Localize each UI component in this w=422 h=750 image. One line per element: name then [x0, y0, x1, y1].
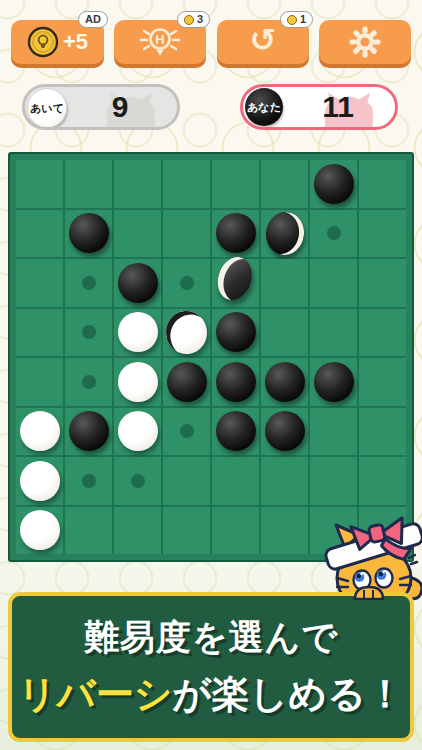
cell-e2[interactable]: [212, 210, 259, 258]
disc-white: [164, 309, 209, 356]
cell-a5[interactable]: [16, 358, 63, 406]
cell-b1[interactable]: [65, 160, 112, 208]
cell-b2[interactable]: [65, 210, 112, 258]
banner-line2: リバーシが楽しめる！: [18, 669, 404, 720]
cell-c3[interactable]: [114, 259, 161, 307]
cell-c7[interactable]: [114, 457, 161, 505]
cell-e7[interactable]: [212, 457, 259, 505]
cell-f3[interactable]: [261, 259, 308, 307]
disc-black: [69, 411, 109, 451]
black-disc-icon: あなた: [245, 88, 283, 126]
cell-a8[interactable]: [16, 507, 63, 555]
disc-black: [314, 164, 354, 204]
undo-button[interactable]: ↺ 1: [217, 20, 309, 64]
cell-c4[interactable]: [114, 309, 161, 357]
disc-black: [263, 209, 307, 257]
cell-c6[interactable]: [114, 408, 161, 456]
cell-d2[interactable]: [163, 210, 210, 258]
legal-move-dot: [180, 424, 194, 438]
coin-reward-button[interactable]: +5 AD: [11, 20, 104, 64]
disc-black: [216, 213, 256, 253]
legal-move-dot: [82, 375, 96, 389]
cell-b3[interactable]: [65, 259, 112, 307]
player-score: 11: [287, 87, 389, 127]
reversi-board: [8, 152, 414, 562]
cell-e1[interactable]: [212, 160, 259, 208]
opponent-score: 9: [69, 87, 171, 127]
cell-g7[interactable]: [310, 457, 357, 505]
cell-h4[interactable]: [359, 309, 406, 357]
cell-f2[interactable]: [261, 210, 308, 258]
cell-a3[interactable]: [16, 259, 63, 307]
ad-badge: AD: [78, 11, 108, 28]
legal-move-dot: [82, 325, 96, 339]
cell-d5[interactable]: [163, 358, 210, 406]
cell-g3[interactable]: [310, 259, 357, 307]
cell-g5[interactable]: [310, 358, 357, 406]
cell-g1[interactable]: [310, 160, 357, 208]
disc-white: [20, 510, 60, 550]
cell-e4[interactable]: [212, 309, 259, 357]
legal-move-dot: [327, 226, 341, 240]
reversi-app-screen: +5 AD H 3 ↺ 1: [0, 0, 422, 750]
cell-d1[interactable]: [163, 160, 210, 208]
cell-a6[interactable]: [16, 408, 63, 456]
cell-d8[interactable]: [163, 507, 210, 555]
coin-icon: [287, 15, 297, 25]
cell-g6[interactable]: [310, 408, 357, 456]
hint-count-badge: 3: [177, 11, 210, 28]
cell-b8[interactable]: [65, 507, 112, 555]
cell-b7[interactable]: [65, 457, 112, 505]
cell-a2[interactable]: [16, 210, 63, 258]
cell-g2[interactable]: [310, 210, 357, 258]
cell-h2[interactable]: [359, 210, 406, 258]
disc-white: [118, 312, 158, 352]
disc-black: [265, 362, 305, 402]
cell-d7[interactable]: [163, 457, 210, 505]
legal-move-dot: [180, 276, 194, 290]
hint-letter: H: [155, 32, 164, 47]
white-disc-icon: あいて: [27, 88, 67, 128]
disc-black: [265, 411, 305, 451]
opponent-label: あいて: [30, 101, 64, 116]
disc-black: [167, 362, 207, 402]
disc-black: [216, 362, 256, 402]
cell-g4[interactable]: [310, 309, 357, 357]
cell-h6[interactable]: [359, 408, 406, 456]
legal-move-dot: [82, 474, 96, 488]
disc-black: [314, 362, 354, 402]
disc-flipping: [212, 252, 257, 304]
banner-line1: 難易度を選んで: [84, 614, 338, 661]
banner-highlight: リバーシ: [18, 673, 173, 715]
cell-f7[interactable]: [261, 457, 308, 505]
coin-icon: [184, 15, 194, 25]
cell-d3[interactable]: [163, 259, 210, 307]
hint-lightbulb-icon: H: [138, 23, 182, 61]
cell-c2[interactable]: [114, 210, 161, 258]
cell-c8[interactable]: [114, 507, 161, 555]
cell-b5[interactable]: [65, 358, 112, 406]
cell-f1[interactable]: [261, 160, 308, 208]
cell-e8[interactable]: [212, 507, 259, 555]
cell-h3[interactable]: [359, 259, 406, 307]
disc-black: [118, 263, 158, 303]
disc-white: [118, 411, 158, 451]
undo-arrow-icon: ↺: [250, 24, 277, 56]
cell-d6[interactable]: [163, 408, 210, 456]
cell-e5[interactable]: [212, 358, 259, 406]
disc-black: [216, 312, 256, 352]
undo-count-badge: 1: [280, 11, 313, 28]
disc-black: [216, 411, 256, 451]
cat-paw: [352, 584, 386, 600]
hint-button[interactable]: H 3: [114, 20, 206, 64]
cell-h5[interactable]: [359, 358, 406, 406]
disc-white: [20, 461, 60, 501]
cell-b4[interactable]: [65, 309, 112, 357]
coin-reward-label: +5: [63, 29, 88, 55]
disc-white: [20, 411, 60, 451]
cell-d4[interactable]: [163, 309, 210, 357]
coin-lightbulb-icon: [27, 26, 59, 58]
cell-c1[interactable]: [114, 160, 161, 208]
settings-button[interactable]: [319, 20, 411, 64]
banner-line2-rest: が楽しめる！: [173, 673, 405, 715]
cell-f8[interactable]: [261, 507, 308, 555]
cell-e3[interactable]: [212, 259, 259, 307]
cell-a7[interactable]: [16, 457, 63, 505]
player-label: あなた: [247, 100, 281, 115]
cell-a4[interactable]: [16, 309, 63, 357]
cell-c5[interactable]: [114, 358, 161, 406]
cell-b6[interactable]: [65, 408, 112, 456]
promo-banner[interactable]: 難易度を選んで リバーシが楽しめる！: [8, 592, 414, 742]
cell-e6[interactable]: [212, 408, 259, 456]
disc-black: [69, 213, 109, 253]
cell-a1[interactable]: [16, 160, 63, 208]
cell-f4[interactable]: [261, 309, 308, 357]
cell-f6[interactable]: [261, 408, 308, 456]
gear-icon: [348, 25, 382, 59]
cell-f5[interactable]: [261, 358, 308, 406]
legal-move-dot: [82, 276, 96, 290]
legal-move-dot: [131, 474, 145, 488]
disc-white: [118, 362, 158, 402]
player-score-panel: あなた 11: [240, 84, 398, 130]
board-grid: [16, 160, 406, 554]
cell-h1[interactable]: [359, 160, 406, 208]
cell-h7[interactable]: [359, 457, 406, 505]
opponent-score-panel: あいて 9: [22, 84, 180, 130]
